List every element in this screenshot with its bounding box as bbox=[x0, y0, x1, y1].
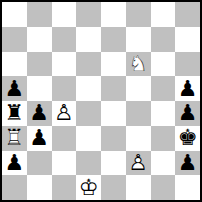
square-c6[interactable] bbox=[52, 52, 77, 77]
square-b7[interactable] bbox=[27, 27, 52, 52]
square-g6[interactable] bbox=[151, 52, 176, 77]
square-h5[interactable]: ♟ bbox=[175, 76, 200, 101]
square-b2[interactable] bbox=[27, 151, 52, 176]
square-h1[interactable] bbox=[175, 175, 200, 200]
square-d7[interactable] bbox=[76, 27, 101, 52]
white-knight-f6: ♞♘ bbox=[128, 53, 148, 75]
square-d3[interactable] bbox=[76, 126, 101, 151]
square-d1[interactable]: ♚♔ bbox=[76, 175, 101, 200]
square-e8[interactable] bbox=[101, 2, 126, 27]
square-f8[interactable] bbox=[126, 2, 151, 27]
square-e3[interactable] bbox=[101, 126, 126, 151]
square-c8[interactable] bbox=[52, 2, 77, 27]
black-pawn-b4: ♟ bbox=[29, 102, 49, 124]
square-f5[interactable] bbox=[126, 76, 151, 101]
square-h8[interactable] bbox=[175, 2, 200, 27]
black-pawn-h2: ♟ bbox=[178, 152, 198, 174]
square-f1[interactable] bbox=[126, 175, 151, 200]
square-d2[interactable] bbox=[76, 151, 101, 176]
square-g8[interactable] bbox=[151, 2, 176, 27]
square-g1[interactable] bbox=[151, 175, 176, 200]
square-c7[interactable] bbox=[52, 27, 77, 52]
square-c3[interactable] bbox=[52, 126, 77, 151]
square-g4[interactable] bbox=[151, 101, 176, 126]
square-b3[interactable]: ♟ bbox=[27, 126, 52, 151]
square-b1[interactable] bbox=[27, 175, 52, 200]
square-h3[interactable]: ♚ bbox=[175, 126, 200, 151]
square-f6[interactable]: ♞♘ bbox=[126, 52, 151, 77]
square-a7[interactable] bbox=[2, 27, 27, 52]
square-d6[interactable] bbox=[76, 52, 101, 77]
square-b4[interactable]: ♟ bbox=[27, 101, 52, 126]
black-rook-a4: ♜ bbox=[5, 102, 25, 124]
square-a3[interactable]: ♜♖ bbox=[2, 126, 27, 151]
white-king-d1: ♚♔ bbox=[79, 177, 99, 199]
white-pawn-f2: ♟♙ bbox=[128, 152, 148, 174]
square-g2[interactable] bbox=[151, 151, 176, 176]
square-d5[interactable] bbox=[76, 76, 101, 101]
square-b8[interactable] bbox=[27, 2, 52, 27]
chess-diagram: ♞♘♟♟♜♟♟♙♟♜♖♟♚♟♟♙♟♚♔ bbox=[0, 0, 202, 202]
square-c5[interactable] bbox=[52, 76, 77, 101]
square-g5[interactable] bbox=[151, 76, 176, 101]
square-c1[interactable] bbox=[52, 175, 77, 200]
square-e4[interactable] bbox=[101, 101, 126, 126]
square-d4[interactable] bbox=[76, 101, 101, 126]
black-pawn-a2: ♟ bbox=[5, 152, 25, 174]
chess-board: ♞♘♟♟♜♟♟♙♟♜♖♟♚♟♟♙♟♚♔ bbox=[0, 0, 202, 202]
square-a2[interactable]: ♟ bbox=[2, 151, 27, 176]
white-rook-a3: ♜♖ bbox=[5, 127, 25, 149]
square-h6[interactable] bbox=[175, 52, 200, 77]
square-f7[interactable] bbox=[126, 27, 151, 52]
black-pawn-h4: ♟ bbox=[178, 102, 198, 124]
square-f3[interactable] bbox=[126, 126, 151, 151]
square-c2[interactable] bbox=[52, 151, 77, 176]
square-b6[interactable] bbox=[27, 52, 52, 77]
square-a6[interactable] bbox=[2, 52, 27, 77]
square-d8[interactable] bbox=[76, 2, 101, 27]
square-b5[interactable] bbox=[27, 76, 52, 101]
black-pawn-b3: ♟ bbox=[29, 127, 49, 149]
black-pawn-a5: ♟ bbox=[5, 78, 25, 100]
square-e6[interactable] bbox=[101, 52, 126, 77]
white-pawn-c4: ♟♙ bbox=[54, 102, 74, 124]
square-a8[interactable] bbox=[2, 2, 27, 27]
square-h7[interactable] bbox=[175, 27, 200, 52]
square-e5[interactable] bbox=[101, 76, 126, 101]
square-h4[interactable]: ♟ bbox=[175, 101, 200, 126]
square-h2[interactable]: ♟ bbox=[175, 151, 200, 176]
square-e1[interactable] bbox=[101, 175, 126, 200]
square-e2[interactable] bbox=[101, 151, 126, 176]
square-g3[interactable] bbox=[151, 126, 176, 151]
black-king-h3: ♚ bbox=[178, 127, 198, 149]
square-c4[interactable]: ♟♙ bbox=[52, 101, 77, 126]
square-f4[interactable] bbox=[126, 101, 151, 126]
square-e7[interactable] bbox=[101, 27, 126, 52]
square-g7[interactable] bbox=[151, 27, 176, 52]
square-a5[interactable]: ♟ bbox=[2, 76, 27, 101]
square-f2[interactable]: ♟♙ bbox=[126, 151, 151, 176]
square-a4[interactable]: ♜ bbox=[2, 101, 27, 126]
square-a1[interactable] bbox=[2, 175, 27, 200]
black-pawn-h5: ♟ bbox=[178, 78, 198, 100]
